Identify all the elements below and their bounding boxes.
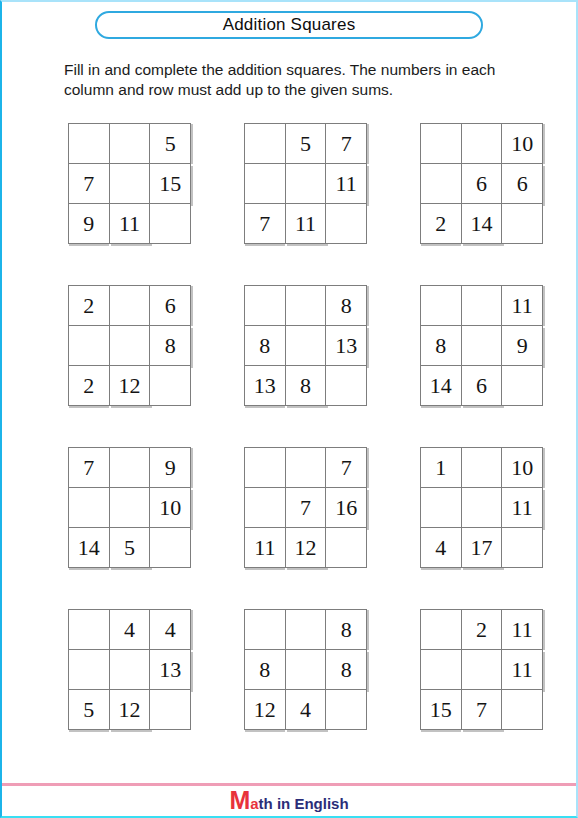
entry-cell-empty[interactable] [285,610,326,650]
row-sum-cell: 5 [150,124,191,164]
entry-cell-empty[interactable] [461,448,502,488]
col-sum-cell: 12 [109,366,150,406]
void-corner [150,366,191,406]
entry-cell-given: 7 [285,488,326,528]
entry-cell-empty[interactable] [285,448,326,488]
col-sum-cell: 12 [285,528,326,568]
entry-cell-empty[interactable] [69,326,110,366]
instructions-text: Fill in and complete the addition square… [64,60,540,100]
void-corner [150,690,191,730]
puzzle-3: 1066214 [420,123,543,244]
row-sum-cell: 6 [150,286,191,326]
col-sum-cell: 11 [245,528,286,568]
entry-cell-empty[interactable] [285,286,326,326]
entry-cell-empty[interactable] [461,650,502,690]
entry-cell-given: 7 [69,164,110,204]
puzzle-8: 77161112 [244,447,367,568]
puzzles-grid: 5715911571171110662142682128813138118914… [68,123,543,730]
worksheet-page: { "game": "addition-squares", "header": … [0,0,578,818]
entry-cell-given: 4 [109,610,150,650]
void-corner [150,204,191,244]
row-sum-cell: 6 [502,164,543,204]
void-corner [326,690,367,730]
row-sum-cell: 10 [502,124,543,164]
entry-cell-empty[interactable] [421,610,462,650]
brand-letter-m: M [229,788,250,813]
entry-cell-empty[interactable] [109,326,150,366]
title-box: Addition Squares [95,11,483,39]
entry-cell-empty[interactable] [285,326,326,366]
col-sum-cell: 4 [285,690,326,730]
brand-letter-a: a [250,795,258,812]
row-sum-cell: 13 [150,650,191,690]
entry-cell-given: 8 [245,326,286,366]
col-sum-cell: 7 [245,204,286,244]
col-sum-cell: 14 [461,204,502,244]
void-corner [502,690,543,730]
col-sum-cell: 5 [109,528,150,568]
puzzle-1: 5715911 [68,123,191,244]
entry-cell-given: 8 [245,650,286,690]
void-corner [502,528,543,568]
puzzle-5: 8813138 [244,285,367,406]
entry-cell-empty[interactable] [245,488,286,528]
col-sum-cell: 14 [421,366,462,406]
entry-cell-given: 2 [69,286,110,326]
entry-cell-empty[interactable] [109,650,150,690]
row-sum-cell: 10 [502,448,543,488]
void-corner [326,204,367,244]
col-sum-cell: 2 [421,204,462,244]
entry-cell-empty[interactable] [245,164,286,204]
row-sum-cell: 9 [502,326,543,366]
row-sum-cell: 8 [150,326,191,366]
entry-cell-empty[interactable] [245,124,286,164]
row-sum-cell: 11 [502,650,543,690]
puzzle-7: 7910145 [68,447,191,568]
row-sum-cell: 7 [326,124,367,164]
entry-cell-given: 7 [69,448,110,488]
row-sum-cell: 11 [326,164,367,204]
brand-logo: M a th in English [2,788,576,814]
entry-cell-empty[interactable] [421,650,462,690]
col-sum-cell: 12 [245,690,286,730]
col-sum-cell: 6 [461,366,502,406]
col-sum-cell: 4 [421,528,462,568]
col-sum-cell: 2 [69,366,110,406]
row-sum-cell: 8 [326,610,367,650]
row-sum-cell: 8 [326,286,367,326]
entry-cell-empty[interactable] [461,488,502,528]
entry-cell-empty[interactable] [245,448,286,488]
row-sum-cell: 11 [502,488,543,528]
entry-cell-empty[interactable] [109,488,150,528]
entry-cell-empty[interactable] [109,124,150,164]
col-sum-cell: 12 [109,690,150,730]
row-sum-cell: 9 [150,448,191,488]
puzzle-11: 888124 [244,609,367,730]
entry-cell-empty[interactable] [109,164,150,204]
col-sum-cell: 11 [285,204,326,244]
entry-cell-given: 8 [421,326,462,366]
col-sum-cell: 14 [69,528,110,568]
col-sum-cell: 15 [421,690,462,730]
row-sum-cell: 10 [150,488,191,528]
row-sum-cell: 15 [150,164,191,204]
row-sum-cell: 8 [326,650,367,690]
void-corner [326,366,367,406]
void-corner [150,528,191,568]
col-sum-cell: 5 [69,690,110,730]
row-sum-cell: 13 [326,326,367,366]
puzzle-4: 268212 [68,285,191,406]
entry-cell-empty[interactable] [421,488,462,528]
entry-cell-given: 1 [421,448,462,488]
entry-cell-empty[interactable] [69,650,110,690]
entry-cell-empty[interactable] [461,124,502,164]
col-sum-cell: 7 [461,690,502,730]
void-corner [502,204,543,244]
row-sum-cell: 7 [326,448,367,488]
col-sum-cell: 13 [245,366,286,406]
row-sum-cell: 4 [150,610,191,650]
entry-cell-given: 6 [461,164,502,204]
entry-cell-empty[interactable] [285,164,326,204]
col-sum-cell: 9 [69,204,110,244]
entry-cell-empty[interactable] [69,124,110,164]
puzzle-2: 5711711 [244,123,367,244]
entry-cell-empty[interactable] [461,286,502,326]
entry-cell-empty[interactable] [421,124,462,164]
void-corner [326,528,367,568]
puzzle-12: 21111157 [420,609,543,730]
col-sum-cell: 17 [461,528,502,568]
entry-cell-empty[interactable] [421,164,462,204]
brand-text: th in English [259,795,349,812]
entry-cell-empty[interactable] [461,326,502,366]
entry-cell-empty[interactable] [421,286,462,326]
entry-cell-empty[interactable] [69,488,110,528]
entry-cell-empty[interactable] [245,610,286,650]
puzzle-9: 11011417 [420,447,543,568]
entry-cell-given: 2 [461,610,502,650]
row-sum-cell: 16 [326,488,367,528]
void-corner [502,366,543,406]
row-sum-cell: 11 [502,610,543,650]
entry-cell-empty[interactable] [109,286,150,326]
page-title: Addition Squares [223,15,356,35]
entry-cell-empty[interactable] [109,448,150,488]
col-sum-cell: 8 [285,366,326,406]
puzzle-6: 1189146 [420,285,543,406]
row-sum-cell: 11 [502,286,543,326]
entry-cell-empty[interactable] [69,610,110,650]
entry-cell-empty[interactable] [285,650,326,690]
entry-cell-given: 5 [285,124,326,164]
footer-divider-line [2,783,576,786]
puzzle-10: 4413512 [68,609,191,730]
entry-cell-empty[interactable] [245,286,286,326]
col-sum-cell: 11 [109,204,150,244]
